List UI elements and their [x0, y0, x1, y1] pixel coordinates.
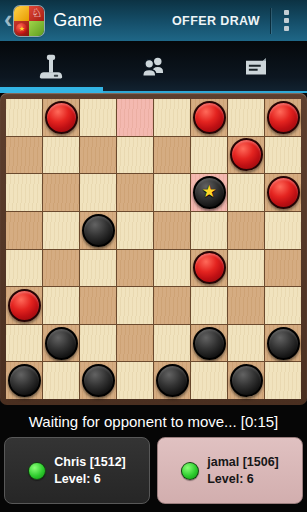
- square-r7c6[interactable]: [228, 362, 264, 399]
- back-chevron-icon[interactable]: ‹: [4, 7, 12, 32]
- square-r7c3[interactable]: [117, 362, 153, 399]
- red-piece[interactable]: [267, 101, 300, 134]
- status-text: Waiting for opponent to move... [0:15]: [29, 413, 279, 430]
- square-r2c3[interactable]: [117, 174, 153, 211]
- square-r7c2[interactable]: [80, 362, 116, 399]
- overflow-dot: [284, 18, 289, 23]
- square-r0c7[interactable]: [265, 99, 301, 136]
- square-r1c0[interactable]: [6, 137, 42, 174]
- square-r6c5[interactable]: [191, 325, 227, 362]
- black-piece[interactable]: [267, 327, 300, 360]
- black-king-piece[interactable]: ★: [193, 176, 226, 209]
- square-r6c3[interactable]: [117, 325, 153, 362]
- square-r2c1[interactable]: [43, 174, 79, 211]
- square-r4c5[interactable]: [191, 250, 227, 287]
- offer-draw-button[interactable]: OFFER DRAW: [162, 0, 270, 41]
- square-r0c6[interactable]: [228, 99, 264, 136]
- square-r5c4[interactable]: [154, 287, 190, 324]
- square-r5c7[interactable]: [265, 287, 301, 324]
- square-r0c2[interactable]: [80, 99, 116, 136]
- square-r3c4[interactable]: [154, 212, 190, 249]
- square-r4c4[interactable]: [154, 250, 190, 287]
- square-r5c0[interactable]: [6, 287, 42, 324]
- square-r0c5[interactable]: [191, 99, 227, 136]
- screen: ‹ ♘ ★ Game OFFER DRAW: [0, 0, 307, 512]
- square-r1c6[interactable]: [228, 137, 264, 174]
- square-r3c6[interactable]: [228, 212, 264, 249]
- square-r4c6[interactable]: [228, 250, 264, 287]
- black-piece[interactable]: [45, 327, 78, 360]
- square-r3c3[interactable]: [117, 212, 153, 249]
- tab-chat[interactable]: [205, 41, 307, 93]
- player-level: Level: 6: [54, 471, 126, 487]
- joystick-icon: [36, 52, 66, 82]
- square-r3c1[interactable]: [43, 212, 79, 249]
- overflow-dot: [284, 10, 289, 15]
- status-row: Waiting for opponent to move... [0:15]: [0, 405, 307, 437]
- square-r2c2[interactable]: [80, 174, 116, 211]
- square-r4c3[interactable]: [117, 250, 153, 287]
- square-r2c0[interactable]: [6, 174, 42, 211]
- square-r6c4[interactable]: [154, 325, 190, 362]
- player-card-jamal[interactable]: jamal [1506] Level: 6: [157, 437, 303, 504]
- square-r2c5[interactable]: ★: [191, 174, 227, 211]
- square-r0c0[interactable]: [6, 99, 42, 136]
- square-r6c0[interactable]: [6, 325, 42, 362]
- checker-star-icon: ★: [14, 21, 29, 36]
- black-piece[interactable]: [230, 364, 263, 397]
- online-indicator: [28, 462, 46, 480]
- square-r5c2[interactable]: [80, 287, 116, 324]
- square-r1c2[interactable]: [80, 137, 116, 174]
- square-r4c0[interactable]: [6, 250, 42, 287]
- black-piece[interactable]: [156, 364, 189, 397]
- app-icon-green-quadrant: [29, 21, 44, 36]
- knight-icon: ♘: [29, 6, 44, 21]
- overflow-menu-button[interactable]: [271, 0, 301, 41]
- player-cards: Chris [1512] Level: 6 jamal [1506] Level…: [0, 437, 307, 504]
- square-r0c4[interactable]: [154, 99, 190, 136]
- square-r7c7[interactable]: [265, 362, 301, 399]
- square-r1c4[interactable]: [154, 137, 190, 174]
- king-star-icon: ★: [201, 183, 216, 200]
- square-r0c1[interactable]: [43, 99, 79, 136]
- player-card-chris[interactable]: Chris [1512] Level: 6: [4, 437, 150, 504]
- black-piece[interactable]: [82, 364, 115, 397]
- square-r4c1[interactable]: [43, 250, 79, 287]
- square-r4c7[interactable]: [265, 250, 301, 287]
- tab-players[interactable]: [102, 41, 204, 93]
- square-r1c7[interactable]: [265, 137, 301, 174]
- tab-game[interactable]: [0, 41, 102, 93]
- square-r2c6[interactable]: [228, 174, 264, 211]
- square-r1c1[interactable]: [43, 137, 79, 174]
- page-title: Game: [53, 10, 102, 31]
- mini-checker-piece: ★: [16, 23, 27, 34]
- red-piece[interactable]: [193, 251, 226, 284]
- square-r1c5[interactable]: [191, 137, 227, 174]
- square-r1c3[interactable]: [117, 137, 153, 174]
- black-piece[interactable]: [8, 364, 41, 397]
- square-r4c2[interactable]: [80, 250, 116, 287]
- online-indicator: [181, 462, 199, 480]
- red-piece[interactable]: [8, 289, 41, 322]
- app-icon-yellow-quadrant: [14, 6, 29, 21]
- square-r7c1[interactable]: [43, 362, 79, 399]
- square-r7c0[interactable]: [6, 362, 42, 399]
- square-r5c1[interactable]: [43, 287, 79, 324]
- black-piece[interactable]: [193, 327, 226, 360]
- square-r3c0[interactable]: [6, 212, 42, 249]
- square-r5c3[interactable]: [117, 287, 153, 324]
- red-piece[interactable]: [45, 101, 78, 134]
- square-r3c5[interactable]: [191, 212, 227, 249]
- square-r7c5[interactable]: [191, 362, 227, 399]
- square-r2c7[interactable]: [265, 174, 301, 211]
- player-level: Level: 6: [207, 471, 279, 487]
- square-r0c3[interactable]: [117, 99, 153, 136]
- overflow-dot: [284, 26, 289, 31]
- square-r7c4[interactable]: [154, 362, 190, 399]
- tab-bar: [0, 41, 307, 93]
- people-icon: [138, 52, 168, 82]
- red-piece[interactable]: [230, 138, 263, 171]
- board-grid: ★: [6, 99, 301, 399]
- square-r6c2[interactable]: [80, 325, 116, 362]
- square-r6c7[interactable]: [265, 325, 301, 362]
- black-piece[interactable]: [82, 214, 115, 247]
- app-icon: ♘ ★: [14, 6, 44, 36]
- player-name-rating: jamal [1506]: [207, 454, 279, 470]
- player-name-rating: Chris [1512]: [54, 454, 126, 470]
- square-r3c7[interactable]: [265, 212, 301, 249]
- square-r6c1[interactable]: [43, 325, 79, 362]
- action-bar: ‹ ♘ ★ Game OFFER DRAW: [0, 0, 307, 41]
- red-piece[interactable]: [267, 176, 300, 209]
- chat-note-icon: [241, 52, 271, 82]
- square-r5c5[interactable]: [191, 287, 227, 324]
- square-r2c4[interactable]: [154, 174, 190, 211]
- square-r6c6[interactable]: [228, 325, 264, 362]
- square-r3c2[interactable]: [80, 212, 116, 249]
- checkers-board: ★: [0, 93, 307, 405]
- square-r5c6[interactable]: [228, 287, 264, 324]
- red-piece[interactable]: [193, 101, 226, 134]
